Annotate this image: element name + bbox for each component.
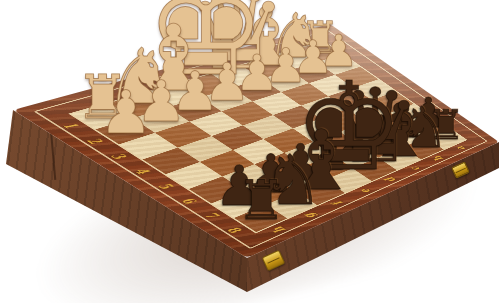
file-label-f: f [330,199,346,207]
chess-set-photo: 12345678abcdefgh ♜♞♟♝♟♛♟♚♟♝♟♞♟♜♟♟♟♟♜♟♞♟♝… [0,0,500,303]
file-label-g: g [300,211,319,220]
file-label-c: c [408,165,423,173]
rank-label-6: 6 [178,196,200,206]
file-label-d: d [383,176,399,184]
file-label-b: b [431,155,446,163]
rank-label-2: 2 [83,136,107,145]
rank-label-4: 4 [131,166,154,176]
rank-label-8: 8 [224,225,245,235]
rank-label-3: 3 [107,151,130,161]
file-label-h: h [269,225,289,235]
file-label-a: a [454,145,468,152]
rank-label-7: 7 [201,210,222,220]
rank-label-1: 1 [58,121,82,130]
file-label-e: e [357,187,373,195]
rank-label-5: 5 [154,181,176,191]
